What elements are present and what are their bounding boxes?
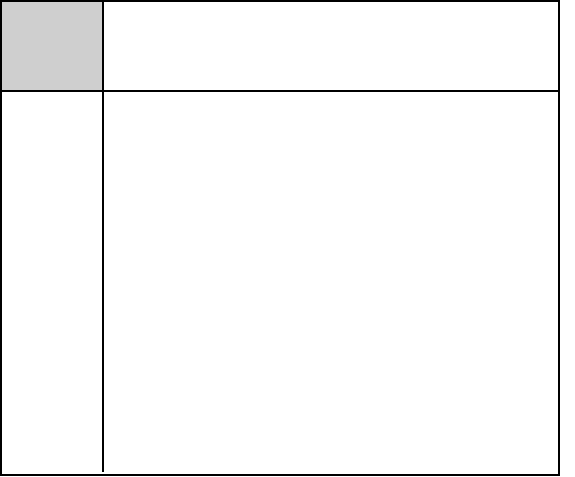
nonogram-puzzle-page: [0, 0, 575, 477]
nonogram-board: [104, 92, 560, 472]
row-clues-area: [0, 92, 104, 472]
puzzle-layout: [0, 0, 575, 472]
watermark-corner: [0, 0, 104, 92]
column-clues-area: [104, 0, 560, 92]
